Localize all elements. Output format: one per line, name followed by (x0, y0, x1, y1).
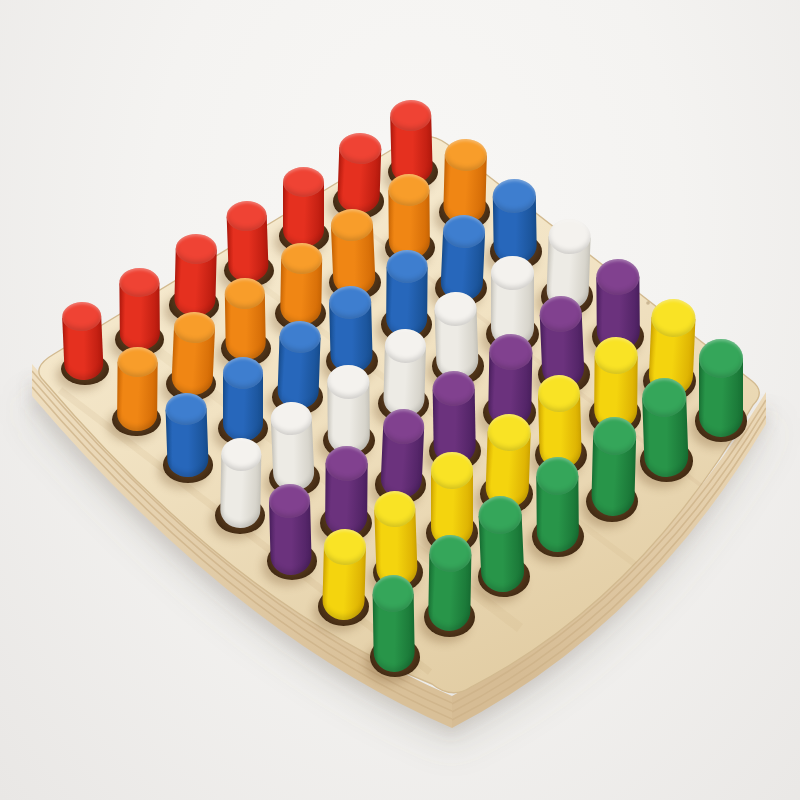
peg-green-r7c5[interactable] (591, 417, 637, 518)
peg-cap (536, 456, 579, 494)
peg-green-r7c4[interactable] (536, 456, 579, 552)
peg-green-r7c3[interactable] (478, 495, 525, 593)
peg-blue-r3c7[interactable] (493, 179, 538, 266)
peg-orange-r2c1[interactable] (117, 347, 158, 432)
peg-white-r4c4[interactable] (383, 328, 427, 418)
peg-purple-r5c1[interactable] (269, 483, 313, 576)
peg-red-r1c4[interactable] (226, 200, 269, 283)
peg-cap (491, 256, 534, 291)
peg-cap (327, 365, 370, 399)
scene (0, 0, 800, 800)
peg-cap (650, 298, 696, 338)
peg-cap (223, 357, 263, 389)
peg-orange-r2c5[interactable] (330, 208, 376, 297)
peg-purple-r5c2[interactable] (325, 446, 368, 537)
peg-cap (699, 339, 742, 378)
peg-cap (175, 234, 217, 265)
peg-orange-r2c7[interactable] (443, 139, 488, 226)
peg-cap (117, 347, 158, 378)
peg-red-r1c6[interactable] (337, 132, 382, 214)
peg-blue-r3c2[interactable] (223, 357, 263, 442)
peg-cap (224, 277, 265, 309)
peg-red-r1c3[interactable] (174, 234, 217, 318)
peg-cap (325, 446, 368, 481)
peg-yellow-r6c2[interactable] (374, 490, 419, 588)
peg-blue-r3c1[interactable] (165, 392, 209, 479)
peg-orange-r2c3[interactable] (224, 277, 266, 361)
peg-orange-r2c6[interactable] (388, 174, 430, 261)
peg-cap (487, 413, 532, 451)
peg-cap (641, 377, 687, 417)
peg-white-r4c3[interactable] (327, 365, 370, 455)
peg-purple-r5c3[interactable] (380, 408, 425, 500)
peg-blue-r3c4[interactable] (329, 285, 374, 374)
peg-orange-r2c4[interactable] (280, 243, 323, 326)
peg-cap (384, 328, 426, 363)
peg-cap (119, 268, 160, 298)
peg-green-r7c1[interactable] (373, 574, 416, 673)
peg-cap (165, 392, 207, 425)
peg-green-r7c2[interactable] (428, 535, 472, 633)
peg-blue-r3c6[interactable] (440, 214, 486, 303)
peg-red-r1c1[interactable] (62, 301, 105, 382)
peg-green-r7c7[interactable] (699, 339, 742, 438)
peg-yellow-r6c1[interactable] (322, 528, 367, 621)
peg-blue-r3c5[interactable] (386, 250, 428, 338)
peg-green-r7c6[interactable] (641, 377, 689, 478)
peg-blue-r3c3[interactable] (277, 321, 321, 411)
peg-white-r4c5[interactable] (434, 291, 479, 381)
peg-red-r1c5[interactable] (283, 167, 324, 248)
peg-white-r4c2[interactable] (270, 401, 315, 493)
peg-orange-r2c2[interactable] (171, 312, 216, 398)
peg-white-r4c1[interactable] (220, 438, 262, 530)
peg-red-r1c7[interactable] (390, 99, 434, 185)
peg-red-r1c2[interactable] (119, 268, 160, 352)
peg-cap (489, 333, 533, 369)
